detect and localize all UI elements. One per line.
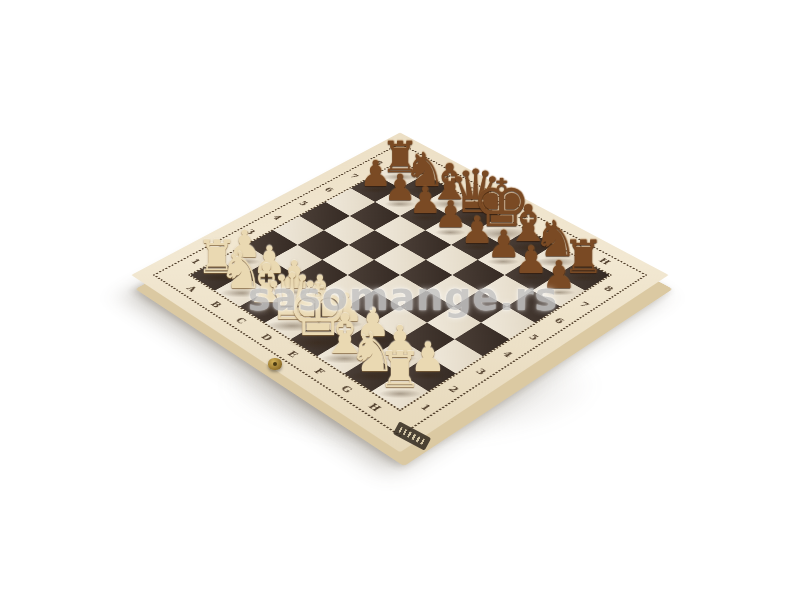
watermark-text: sasomange.rs: [248, 275, 558, 319]
brass-clasp-icon: [268, 358, 282, 370]
product-photo-chess-set: ABCDEFGH ABCDEFGH 87654321 87654321 ♜♞♝♛…: [0, 0, 800, 600]
